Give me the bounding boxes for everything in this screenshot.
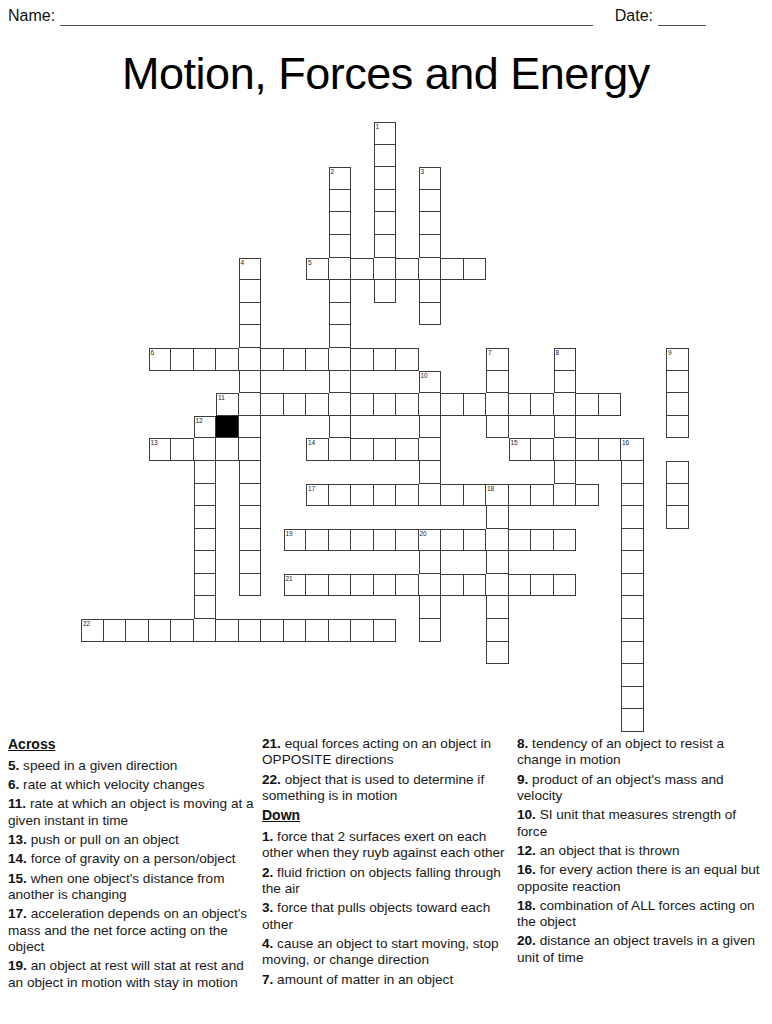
empty-space bbox=[306, 145, 329, 168]
empty-space bbox=[329, 461, 352, 484]
answer-cell[interactable] bbox=[464, 258, 487, 281]
answer-cell[interactable] bbox=[419, 461, 442, 484]
answer-cell[interactable] bbox=[464, 484, 487, 507]
clue-13: 13. push or pull on an object bbox=[8, 832, 254, 848]
empty-space bbox=[351, 687, 374, 710]
clue-number: 11 bbox=[218, 394, 225, 401]
empty-space bbox=[531, 167, 554, 190]
answer-cell[interactable] bbox=[351, 393, 374, 416]
answer-cell[interactable] bbox=[486, 642, 509, 665]
answer-cell[interactable]: 10 bbox=[419, 371, 442, 394]
clue-number: 13 bbox=[151, 439, 158, 446]
answer-cell[interactable]: 8 bbox=[554, 348, 577, 371]
answer-cell[interactable] bbox=[351, 619, 374, 642]
answer-cell[interactable] bbox=[621, 484, 644, 507]
answer-cell[interactable] bbox=[374, 235, 397, 258]
empty-space bbox=[81, 687, 104, 710]
answer-cell[interactable] bbox=[374, 393, 397, 416]
answer-cell[interactable] bbox=[351, 258, 374, 281]
answer-cell[interactable] bbox=[374, 529, 397, 552]
answer-cell[interactable]: 16 bbox=[621, 438, 644, 461]
answer-cell[interactable] bbox=[329, 371, 352, 394]
answer-cell[interactable] bbox=[194, 506, 217, 529]
empty-space bbox=[81, 574, 104, 597]
answer-cell[interactable] bbox=[554, 416, 577, 439]
empty-space bbox=[531, 258, 554, 281]
answer-cell[interactable] bbox=[374, 574, 397, 597]
answer-cell[interactable]: 22 bbox=[81, 619, 104, 642]
empty-space bbox=[104, 416, 127, 439]
empty-space bbox=[149, 393, 172, 416]
answer-cell[interactable] bbox=[374, 212, 397, 235]
name-blank-line bbox=[60, 7, 593, 26]
answer-cell[interactable] bbox=[486, 416, 509, 439]
answer-cell[interactable] bbox=[554, 438, 577, 461]
empty-space bbox=[171, 303, 194, 326]
answer-cell[interactable] bbox=[599, 393, 622, 416]
answer-cell[interactable] bbox=[419, 235, 442, 258]
answer-cell[interactable] bbox=[329, 416, 352, 439]
answer-cell[interactable] bbox=[126, 619, 149, 642]
answer-cell[interactable]: 2 bbox=[329, 167, 352, 190]
answer-cell[interactable] bbox=[599, 438, 622, 461]
answer-cell[interactable] bbox=[329, 303, 352, 326]
empty-space bbox=[666, 235, 689, 258]
answer-cell[interactable] bbox=[666, 484, 689, 507]
empty-space bbox=[104, 551, 127, 574]
answer-cell[interactable] bbox=[531, 529, 554, 552]
answer-cell[interactable] bbox=[284, 393, 307, 416]
empty-space bbox=[486, 167, 509, 190]
empty-space bbox=[531, 303, 554, 326]
empty-space bbox=[171, 529, 194, 552]
empty-space bbox=[126, 709, 149, 732]
answer-cell[interactable] bbox=[531, 574, 554, 597]
empty-space bbox=[284, 212, 307, 235]
empty-space bbox=[284, 122, 307, 145]
answer-cell[interactable] bbox=[419, 484, 442, 507]
answer-cell[interactable] bbox=[576, 438, 599, 461]
answer-cell[interactable] bbox=[194, 619, 217, 642]
empty-space bbox=[171, 574, 194, 597]
answer-cell[interactable] bbox=[621, 596, 644, 619]
answer-cell[interactable] bbox=[306, 348, 329, 371]
answer-cell[interactable] bbox=[441, 529, 464, 552]
answer-cell[interactable] bbox=[171, 619, 194, 642]
empty-space bbox=[81, 642, 104, 665]
answer-cell[interactable] bbox=[666, 393, 689, 416]
answer-cell[interactable] bbox=[621, 664, 644, 687]
answer-cell[interactable] bbox=[576, 484, 599, 507]
clue-9: 9. product of an object's mass and veloc… bbox=[517, 772, 760, 805]
answer-cell[interactable] bbox=[621, 461, 644, 484]
empty-space bbox=[576, 258, 599, 281]
answer-cell[interactable] bbox=[239, 348, 262, 371]
answer-cell[interactable] bbox=[621, 619, 644, 642]
answer-cell[interactable] bbox=[576, 393, 599, 416]
answer-cell[interactable] bbox=[104, 619, 127, 642]
empty-space bbox=[351, 280, 374, 303]
answer-cell[interactable] bbox=[194, 438, 217, 461]
answer-cell[interactable] bbox=[261, 619, 284, 642]
answer-cell[interactable] bbox=[239, 619, 262, 642]
answer-cell[interactable] bbox=[239, 438, 262, 461]
clue-11: 11. rate at which an object is moving at… bbox=[8, 796, 254, 829]
answer-cell[interactable] bbox=[194, 484, 217, 507]
empty-space bbox=[239, 190, 262, 213]
empty-space bbox=[81, 167, 104, 190]
answer-cell[interactable] bbox=[621, 506, 644, 529]
empty-space bbox=[509, 416, 532, 439]
answer-cell[interactable] bbox=[554, 484, 577, 507]
answer-cell[interactable] bbox=[531, 438, 554, 461]
answer-cell[interactable] bbox=[374, 619, 397, 642]
answer-cell[interactable] bbox=[329, 393, 352, 416]
empty-space bbox=[644, 596, 667, 619]
empty-space bbox=[284, 664, 307, 687]
answer-cell[interactable] bbox=[464, 529, 487, 552]
answer-cell[interactable] bbox=[216, 438, 239, 461]
answer-cell[interactable] bbox=[194, 551, 217, 574]
answer-cell[interactable] bbox=[374, 167, 397, 190]
answer-cell[interactable] bbox=[554, 371, 577, 394]
answer-cell[interactable] bbox=[329, 212, 352, 235]
empty-space bbox=[216, 122, 239, 145]
answer-cell[interactable] bbox=[239, 416, 262, 439]
answer-cell[interactable] bbox=[329, 574, 352, 597]
empty-space bbox=[216, 325, 239, 348]
answer-cell[interactable] bbox=[351, 438, 374, 461]
answer-cell[interactable] bbox=[666, 506, 689, 529]
answer-cell[interactable] bbox=[419, 596, 442, 619]
answer-cell[interactable] bbox=[374, 190, 397, 213]
answer-cell[interactable] bbox=[329, 438, 352, 461]
answer-cell[interactable] bbox=[329, 235, 352, 258]
empty-space bbox=[284, 551, 307, 574]
empty-space bbox=[126, 461, 149, 484]
answer-cell[interactable] bbox=[351, 484, 374, 507]
answer-cell[interactable] bbox=[216, 348, 239, 371]
answer-cell[interactable] bbox=[194, 596, 217, 619]
empty-space bbox=[486, 687, 509, 710]
answer-cell[interactable] bbox=[306, 574, 329, 597]
empty-space bbox=[351, 416, 374, 439]
empty-space bbox=[284, 438, 307, 461]
answer-cell[interactable]: 5 bbox=[306, 258, 329, 281]
answer-cell[interactable]: 1 bbox=[374, 122, 397, 145]
empty-space bbox=[329, 596, 352, 619]
answer-cell[interactable] bbox=[329, 190, 352, 213]
empty-space bbox=[621, 325, 644, 348]
empty-space bbox=[666, 145, 689, 168]
answer-cell[interactable] bbox=[351, 348, 374, 371]
empty-space bbox=[306, 167, 329, 190]
empty-space bbox=[261, 258, 284, 281]
clue-number: 9 bbox=[668, 349, 672, 356]
answer-cell[interactable] bbox=[621, 642, 644, 665]
empty-space bbox=[171, 484, 194, 507]
empty-space bbox=[374, 596, 397, 619]
empty-space bbox=[216, 506, 239, 529]
answer-cell[interactable] bbox=[374, 484, 397, 507]
answer-cell[interactable]: 9 bbox=[666, 348, 689, 371]
answer-cell[interactable]: 20 bbox=[419, 529, 442, 552]
answer-cell[interactable] bbox=[486, 393, 509, 416]
answer-cell[interactable] bbox=[351, 529, 374, 552]
answer-cell[interactable]: 3 bbox=[419, 167, 442, 190]
answer-cell[interactable] bbox=[419, 212, 442, 235]
answer-cell[interactable] bbox=[261, 393, 284, 416]
answer-cell[interactable] bbox=[374, 145, 397, 168]
answer-cell[interactable]: 15 bbox=[509, 438, 532, 461]
answer-cell[interactable] bbox=[194, 574, 217, 597]
answer-cell[interactable] bbox=[374, 258, 397, 281]
empty-space bbox=[306, 687, 329, 710]
empty-space bbox=[171, 190, 194, 213]
answer-cell[interactable] bbox=[194, 348, 217, 371]
answer-cell[interactable] bbox=[239, 280, 262, 303]
clue-number: 3 bbox=[421, 168, 425, 175]
empty-space bbox=[329, 122, 352, 145]
empty-space bbox=[374, 416, 397, 439]
answer-cell[interactable] bbox=[419, 416, 442, 439]
empty-space bbox=[599, 122, 622, 145]
answer-cell[interactable] bbox=[329, 484, 352, 507]
answer-cell[interactable] bbox=[621, 709, 644, 732]
answer-cell[interactable] bbox=[554, 461, 577, 484]
answer-cell[interactable] bbox=[509, 393, 532, 416]
answer-cell[interactable] bbox=[149, 619, 172, 642]
empty-space bbox=[81, 393, 104, 416]
answer-cell[interactable]: 14 bbox=[306, 438, 329, 461]
empty-space bbox=[126, 574, 149, 597]
answer-cell[interactable] bbox=[239, 371, 262, 394]
answer-cell[interactable] bbox=[486, 574, 509, 597]
clue-number: 19 bbox=[286, 530, 293, 537]
answer-cell[interactable] bbox=[239, 303, 262, 326]
answer-cell[interactable]: 19 bbox=[284, 529, 307, 552]
answer-cell[interactable]: 11 bbox=[216, 393, 239, 416]
empty-space bbox=[441, 506, 464, 529]
clue-12: 12. an object that is thrown bbox=[517, 843, 760, 859]
answer-cell[interactable] bbox=[329, 258, 352, 281]
empty-space bbox=[621, 280, 644, 303]
empty-space bbox=[486, 122, 509, 145]
answer-cell[interactable] bbox=[531, 393, 554, 416]
empty-space bbox=[104, 461, 127, 484]
answer-cell[interactable] bbox=[486, 596, 509, 619]
answer-cell[interactable] bbox=[396, 574, 419, 597]
answer-cell[interactable] bbox=[239, 325, 262, 348]
page-title: Motion, Forces and Energy bbox=[0, 48, 772, 100]
answer-cell[interactable] bbox=[666, 371, 689, 394]
answer-cell[interactable] bbox=[666, 416, 689, 439]
empty-space bbox=[576, 687, 599, 710]
empty-space bbox=[171, 461, 194, 484]
empty-space bbox=[306, 664, 329, 687]
answer-cell[interactable] bbox=[486, 371, 509, 394]
answer-cell[interactable] bbox=[239, 461, 262, 484]
answer-cell[interactable] bbox=[306, 529, 329, 552]
answer-cell[interactable] bbox=[374, 348, 397, 371]
answer-cell[interactable] bbox=[329, 325, 352, 348]
answer-cell[interactable] bbox=[554, 574, 577, 597]
answer-cell[interactable]: 12 bbox=[194, 416, 217, 439]
answer-cell[interactable] bbox=[464, 574, 487, 597]
clue-10: 10. SI unit that measures strength of fo… bbox=[517, 807, 760, 840]
answer-cell[interactable] bbox=[261, 348, 284, 371]
empty-space bbox=[216, 596, 239, 619]
answer-cell[interactable] bbox=[396, 393, 419, 416]
empty-space bbox=[509, 371, 532, 394]
empty-space bbox=[599, 167, 622, 190]
empty-space bbox=[464, 122, 487, 145]
empty-space bbox=[351, 642, 374, 665]
empty-space bbox=[306, 212, 329, 235]
answer-cell[interactable] bbox=[486, 551, 509, 574]
empty-space bbox=[126, 325, 149, 348]
answer-cell[interactable] bbox=[621, 687, 644, 710]
answer-cell[interactable] bbox=[239, 529, 262, 552]
answer-cell[interactable] bbox=[554, 529, 577, 552]
empty-space bbox=[194, 642, 217, 665]
answer-cell[interactable] bbox=[441, 574, 464, 597]
answer-cell[interactable] bbox=[194, 529, 217, 552]
answer-cell[interactable] bbox=[239, 551, 262, 574]
empty-space bbox=[644, 122, 667, 145]
answer-cell[interactable] bbox=[464, 393, 487, 416]
answer-cell[interactable] bbox=[509, 484, 532, 507]
answer-cell[interactable] bbox=[666, 461, 689, 484]
answer-cell[interactable] bbox=[194, 461, 217, 484]
empty-space bbox=[149, 167, 172, 190]
answer-cell[interactable] bbox=[419, 393, 442, 416]
answer-cell[interactable]: 7 bbox=[486, 348, 509, 371]
empty-space bbox=[576, 574, 599, 597]
answer-cell[interactable] bbox=[621, 529, 644, 552]
empty-space bbox=[104, 348, 127, 371]
empty-space bbox=[441, 167, 464, 190]
empty-space bbox=[576, 619, 599, 642]
empty-space bbox=[104, 574, 127, 597]
answer-cell[interactable] bbox=[306, 619, 329, 642]
empty-space bbox=[464, 371, 487, 394]
answer-cell[interactable] bbox=[351, 574, 374, 597]
answer-cell[interactable] bbox=[171, 438, 194, 461]
answer-cell[interactable] bbox=[419, 280, 442, 303]
answer-cell[interactable] bbox=[509, 574, 532, 597]
empty-space bbox=[396, 167, 419, 190]
answer-cell[interactable] bbox=[284, 619, 307, 642]
answer-cell[interactable] bbox=[419, 574, 442, 597]
answer-cell[interactable] bbox=[329, 280, 352, 303]
answer-cell[interactable] bbox=[239, 506, 262, 529]
answer-cell[interactable]: 21 bbox=[284, 574, 307, 597]
empty-space bbox=[216, 664, 239, 687]
answer-cell[interactable] bbox=[486, 506, 509, 529]
answer-cell[interactable] bbox=[509, 529, 532, 552]
empty-space bbox=[486, 190, 509, 213]
answer-cell[interactable]: 6 bbox=[149, 348, 172, 371]
answer-cell[interactable] bbox=[239, 393, 262, 416]
answer-cell[interactable]: 17 bbox=[306, 484, 329, 507]
answer-cell[interactable] bbox=[396, 348, 419, 371]
empty-space bbox=[126, 303, 149, 326]
answer-cell[interactable] bbox=[486, 619, 509, 642]
answer-cell[interactable] bbox=[419, 303, 442, 326]
empty-space bbox=[599, 348, 622, 371]
answer-cell[interactable]: 13 bbox=[149, 438, 172, 461]
empty-space bbox=[81, 529, 104, 552]
empty-space bbox=[554, 596, 577, 619]
empty-space bbox=[284, 371, 307, 394]
answer-cell[interactable] bbox=[441, 484, 464, 507]
clue-column-2: 21. equal forces acting on an object in … bbox=[262, 736, 517, 994]
empty-space bbox=[239, 596, 262, 619]
answer-cell[interactable] bbox=[374, 438, 397, 461]
answer-cell[interactable] bbox=[419, 438, 442, 461]
answer-cell[interactable] bbox=[306, 393, 329, 416]
empty-space bbox=[171, 687, 194, 710]
empty-space bbox=[531, 416, 554, 439]
answer-cell[interactable] bbox=[239, 484, 262, 507]
answer-cell[interactable] bbox=[531, 484, 554, 507]
answer-cell[interactable] bbox=[374, 280, 397, 303]
empty-space bbox=[306, 190, 329, 213]
answer-cell[interactable] bbox=[554, 393, 577, 416]
empty-space bbox=[216, 484, 239, 507]
answer-cell[interactable] bbox=[216, 619, 239, 642]
answer-cell[interactable] bbox=[419, 551, 442, 574]
answer-cell[interactable] bbox=[284, 348, 307, 371]
answer-cell[interactable] bbox=[441, 258, 464, 281]
empty-space bbox=[104, 212, 127, 235]
answer-cell[interactable]: 18 bbox=[486, 484, 509, 507]
empty-space bbox=[104, 303, 127, 326]
answer-cell[interactable]: 4 bbox=[239, 258, 262, 281]
answer-cell[interactable] bbox=[329, 619, 352, 642]
answer-cell[interactable] bbox=[171, 348, 194, 371]
empty-space bbox=[576, 235, 599, 258]
empty-space bbox=[464, 212, 487, 235]
empty-space bbox=[576, 325, 599, 348]
answer-cell[interactable] bbox=[419, 190, 442, 213]
answer-cell[interactable] bbox=[396, 438, 419, 461]
answer-cell[interactable] bbox=[239, 574, 262, 597]
empty-space bbox=[396, 212, 419, 235]
answer-cell[interactable] bbox=[621, 551, 644, 574]
answer-cell[interactable] bbox=[329, 529, 352, 552]
empty-space bbox=[464, 461, 487, 484]
answer-cell[interactable] bbox=[621, 574, 644, 597]
empty-space bbox=[486, 461, 509, 484]
empty-space bbox=[644, 190, 667, 213]
answer-cell[interactable] bbox=[396, 529, 419, 552]
empty-space bbox=[531, 122, 554, 145]
answer-cell[interactable] bbox=[486, 529, 509, 552]
answer-cell[interactable] bbox=[419, 258, 442, 281]
clue-2: 2. fluid friction on objects falling thr… bbox=[262, 865, 509, 898]
answer-cell[interactable] bbox=[396, 258, 419, 281]
empty-space bbox=[126, 235, 149, 258]
answer-cell[interactable] bbox=[396, 484, 419, 507]
empty-space bbox=[576, 280, 599, 303]
empty-space bbox=[509, 258, 532, 281]
answer-cell[interactable] bbox=[419, 619, 442, 642]
empty-space bbox=[441, 371, 464, 394]
answer-cell[interactable] bbox=[441, 393, 464, 416]
answer-cell[interactable] bbox=[329, 348, 352, 371]
